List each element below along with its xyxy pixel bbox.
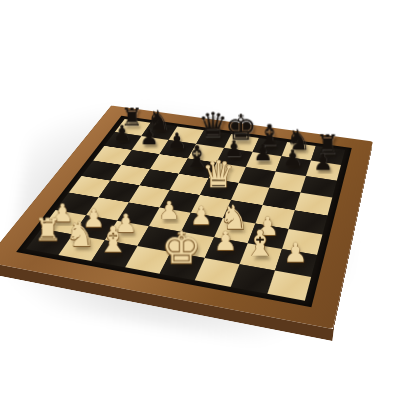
scene: ♜♞♛♚♝♞♜♟♟♟♟♟♟♟♝♛♟♟♞♟♟♟♟♟♝♟♜♞♝♚ [0,0,400,400]
piece-white-bishop[interactable]: ♝ [90,222,136,258]
square-h4[interactable] [289,210,328,234]
square-h1[interactable] [267,271,311,301]
square-h2[interactable]: ♟ [275,249,317,277]
piece-white-king[interactable]: ♚ [158,225,205,270]
square-e1[interactable]: ♚ [160,252,205,280]
piece-black-pawn[interactable]: ♟ [303,151,343,174]
piece-white-queen[interactable]: ♛ [198,155,239,192]
piece-white-pawn[interactable]: ♟ [272,240,319,267]
